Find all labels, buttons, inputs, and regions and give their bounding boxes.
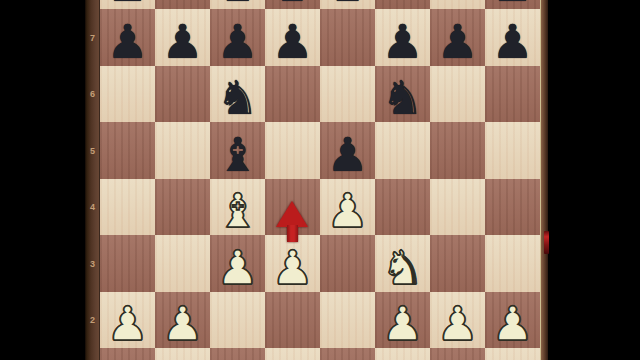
square-g3[interactable] <box>430 235 485 292</box>
square-b3[interactable] <box>155 235 210 292</box>
black-bishop: ♝ <box>216 131 258 178</box>
square-e3[interactable] <box>320 235 375 292</box>
black-rook: ♜ <box>106 0 148 8</box>
white-knight: ♞ <box>381 244 423 291</box>
video-frame: ♜♝♛♚♜♟♟♟♟♟♟♟♞♞♝♟♝♟♟♟♞♟♟♟♟♟ 765432 <box>0 0 640 360</box>
square-e7[interactable] <box>320 9 375 66</box>
black-queen: ♛ <box>271 0 313 8</box>
square-g7[interactable]: ♟ <box>430 9 485 66</box>
square-h2[interactable]: ♟ <box>485 292 540 349</box>
square-b7[interactable]: ♟ <box>155 9 210 66</box>
rank-label-6: 6 <box>85 88 100 100</box>
square-g8[interactable] <box>430 0 485 9</box>
square-d1[interactable] <box>265 348 320 360</box>
white-bishop: ♝ <box>216 187 258 234</box>
square-g2[interactable]: ♟ <box>430 292 485 349</box>
square-f4[interactable] <box>375 179 430 236</box>
square-a8[interactable]: ♜ <box>100 0 155 9</box>
square-h8[interactable]: ♜ <box>485 0 540 9</box>
board-frame-right <box>540 0 548 360</box>
black-knight: ♞ <box>381 74 423 121</box>
square-a7[interactable]: ♟ <box>100 9 155 66</box>
black-pawn: ♟ <box>381 18 423 65</box>
arrow-stem <box>287 225 298 242</box>
board-frame-left: 765432 <box>85 0 100 360</box>
square-h6[interactable] <box>485 66 540 123</box>
square-g4[interactable] <box>430 179 485 236</box>
square-g5[interactable] <box>430 122 485 179</box>
black-king: ♚ <box>326 0 368 8</box>
square-e2[interactable] <box>320 292 375 349</box>
square-b1[interactable] <box>155 348 210 360</box>
black-pawn: ♟ <box>436 18 478 65</box>
square-e6[interactable] <box>320 66 375 123</box>
square-d2[interactable] <box>265 292 320 349</box>
rank-label-3: 3 <box>85 258 100 270</box>
square-d6[interactable] <box>265 66 320 123</box>
square-a1[interactable] <box>100 348 155 360</box>
black-pawn: ♟ <box>491 18 533 65</box>
black-pawn: ♟ <box>326 131 368 178</box>
rank-label-4: 4 <box>85 201 100 213</box>
square-a4[interactable] <box>100 179 155 236</box>
square-c2[interactable] <box>210 292 265 349</box>
square-f8[interactable] <box>375 0 430 9</box>
square-a6[interactable] <box>100 66 155 123</box>
black-rook: ♜ <box>491 0 533 8</box>
square-b2[interactable]: ♟ <box>155 292 210 349</box>
white-pawn: ♟ <box>216 244 258 291</box>
red-edge-artifact <box>544 231 549 254</box>
square-h4[interactable] <box>485 179 540 236</box>
white-pawn: ♟ <box>326 187 368 234</box>
square-c1[interactable] <box>210 348 265 360</box>
rank-label-5: 5 <box>85 145 100 157</box>
square-b5[interactable] <box>155 122 210 179</box>
square-a3[interactable] <box>100 235 155 292</box>
square-h1[interactable] <box>485 348 540 360</box>
square-f1[interactable] <box>375 348 430 360</box>
square-c3[interactable]: ♟ <box>210 235 265 292</box>
square-f7[interactable]: ♟ <box>375 9 430 66</box>
square-h5[interactable] <box>485 122 540 179</box>
black-pawn: ♟ <box>271 18 313 65</box>
square-d7[interactable]: ♟ <box>265 9 320 66</box>
square-d5[interactable] <box>265 122 320 179</box>
white-pawn: ♟ <box>106 300 148 347</box>
square-d3[interactable]: ♟ <box>265 235 320 292</box>
chess-board: ♜♝♛♚♜♟♟♟♟♟♟♟♞♞♝♟♝♟♟♟♞♟♟♟♟♟ <box>100 0 540 360</box>
square-f6[interactable]: ♞ <box>375 66 430 123</box>
square-a2[interactable]: ♟ <box>100 292 155 349</box>
square-c5[interactable]: ♝ <box>210 122 265 179</box>
square-e4[interactable]: ♟ <box>320 179 375 236</box>
square-g1[interactable] <box>430 348 485 360</box>
rank-label-7: 7 <box>85 32 100 44</box>
square-g6[interactable] <box>430 66 485 123</box>
square-c4[interactable]: ♝ <box>210 179 265 236</box>
black-pawn: ♟ <box>161 18 203 65</box>
black-knight: ♞ <box>216 74 258 121</box>
white-pawn: ♟ <box>491 300 533 347</box>
square-b4[interactable] <box>155 179 210 236</box>
square-b8[interactable] <box>155 0 210 9</box>
square-f5[interactable] <box>375 122 430 179</box>
square-f3[interactable]: ♞ <box>375 235 430 292</box>
square-d8[interactable]: ♛ <box>265 0 320 9</box>
arrow-head-icon <box>276 201 308 227</box>
square-c8[interactable]: ♝ <box>210 0 265 9</box>
square-c7[interactable]: ♟ <box>210 9 265 66</box>
square-h3[interactable] <box>485 235 540 292</box>
white-pawn: ♟ <box>436 300 478 347</box>
white-pawn: ♟ <box>161 300 203 347</box>
square-b6[interactable] <box>155 66 210 123</box>
square-e8[interactable]: ♚ <box>320 0 375 9</box>
square-a5[interactable] <box>100 122 155 179</box>
white-pawn: ♟ <box>381 300 423 347</box>
square-c6[interactable]: ♞ <box>210 66 265 123</box>
black-bishop: ♝ <box>216 0 258 8</box>
white-pawn: ♟ <box>271 244 313 291</box>
rank-label-2: 2 <box>85 314 100 326</box>
square-f2[interactable]: ♟ <box>375 292 430 349</box>
square-e1[interactable] <box>320 348 375 360</box>
black-pawn: ♟ <box>216 18 258 65</box>
square-h7[interactable]: ♟ <box>485 9 540 66</box>
square-e5[interactable]: ♟ <box>320 122 375 179</box>
black-pawn: ♟ <box>106 18 148 65</box>
